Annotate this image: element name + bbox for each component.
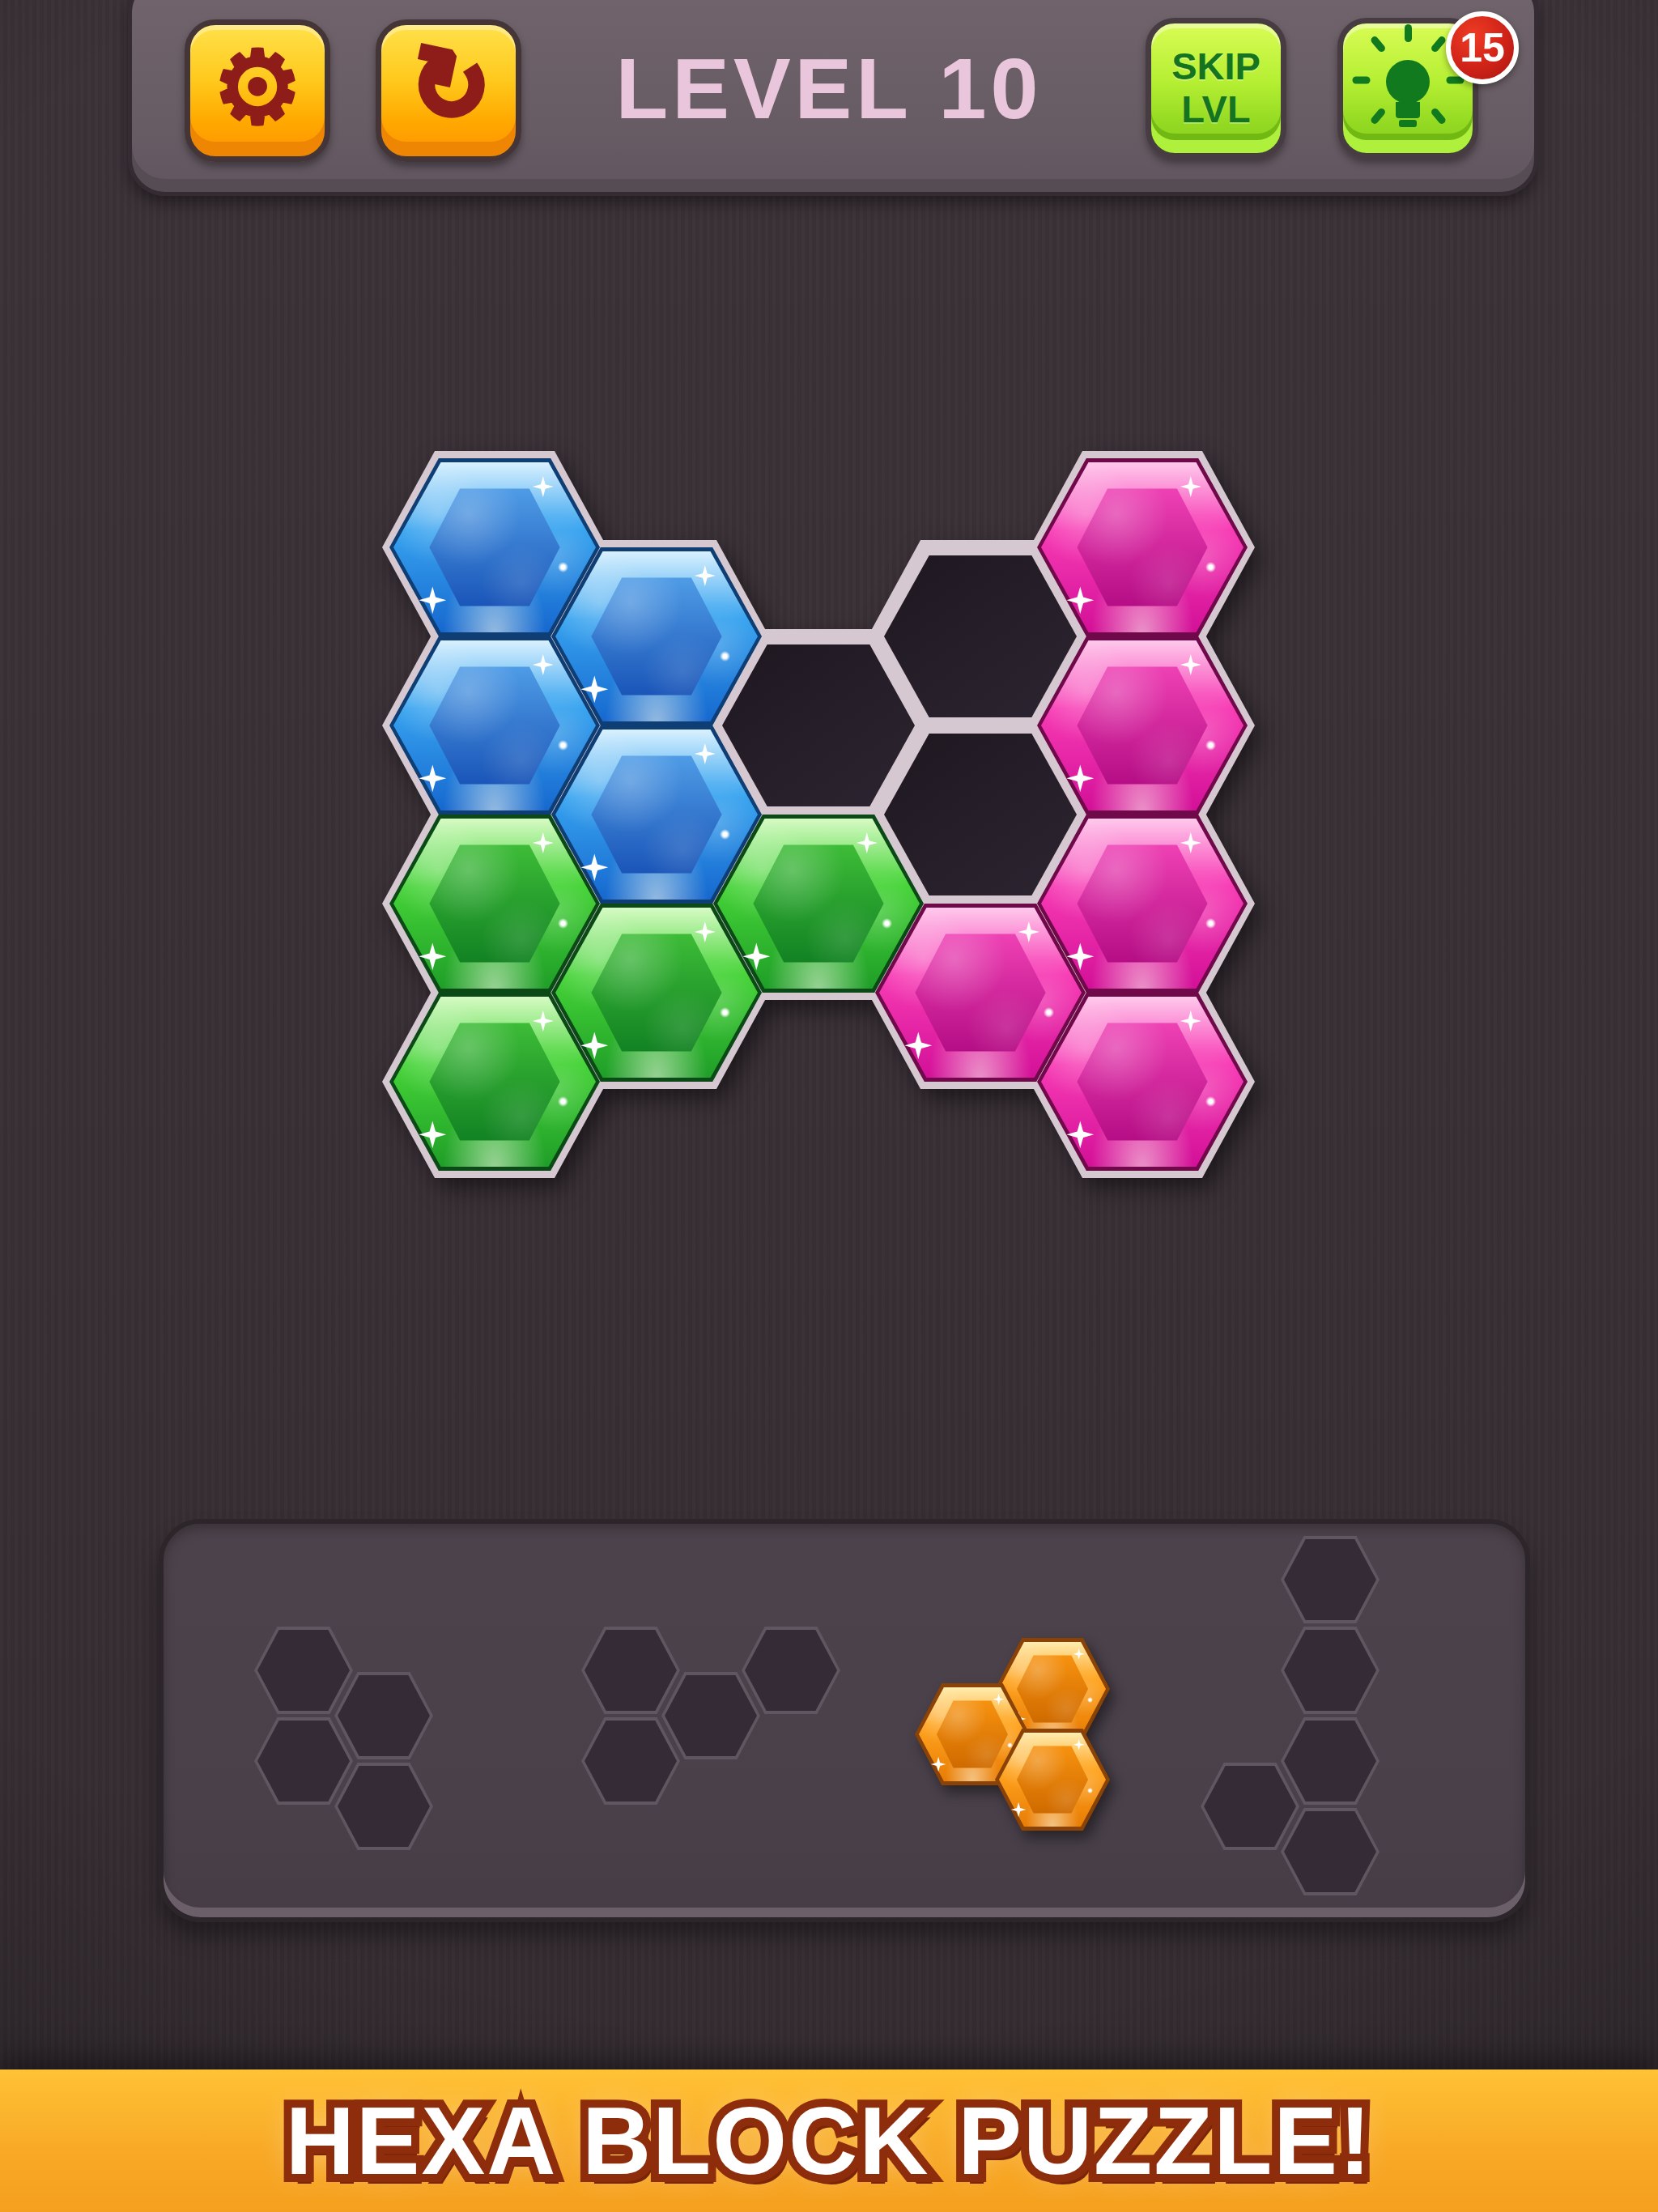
- tray-hex-silhouette: [1281, 1536, 1380, 1623]
- tray-hex-silhouette-fill: [1204, 1766, 1296, 1847]
- tray-items: [0, 0, 1658, 2212]
- banner: HEXA BLOCK PUZZLE! HEXA BLOCK PUZZLE!: [0, 2069, 1658, 2212]
- tray-hex-silhouette-fill: [1284, 1811, 1376, 1892]
- tray-hex-silhouette: [1201, 1763, 1299, 1850]
- tray-hex-silhouette: [1281, 1717, 1380, 1805]
- tray-piece-slot-4: [0, 0, 1658, 2212]
- banner-title: HEXA BLOCK PUZZLE!: [0, 2069, 1658, 2212]
- tray-hex-silhouette: [1281, 1808, 1380, 1895]
- tray-hex-silhouette-fill: [1284, 1630, 1376, 1711]
- tray-hex-silhouette: [1281, 1627, 1380, 1714]
- tray-hex-silhouette-fill: [1284, 1721, 1376, 1802]
- tray-hex-silhouette-fill: [1284, 1539, 1376, 1620]
